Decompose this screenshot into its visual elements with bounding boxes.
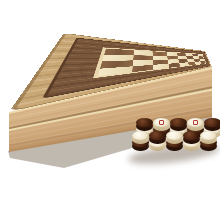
checker-light bbox=[166, 131, 183, 145]
checker-light bbox=[187, 118, 204, 132]
checker-stack bbox=[200, 131, 217, 153]
checker-stack bbox=[166, 131, 183, 153]
checker-dark bbox=[170, 118, 187, 132]
maker-stamp bbox=[159, 120, 164, 125]
checkers-layer bbox=[0, 0, 220, 200]
checker-stack bbox=[183, 131, 200, 153]
checker-stack bbox=[149, 131, 166, 153]
checker-stack bbox=[132, 131, 149, 153]
checker-dark bbox=[149, 131, 166, 145]
checker-light bbox=[132, 131, 149, 145]
maker-stamp bbox=[193, 120, 198, 125]
checker-light bbox=[153, 118, 170, 132]
checker-dark bbox=[204, 118, 220, 132]
checker-light bbox=[200, 131, 217, 145]
checker-dark bbox=[183, 131, 200, 145]
product-photo-scene bbox=[0, 0, 220, 200]
checker-dark bbox=[136, 118, 153, 132]
